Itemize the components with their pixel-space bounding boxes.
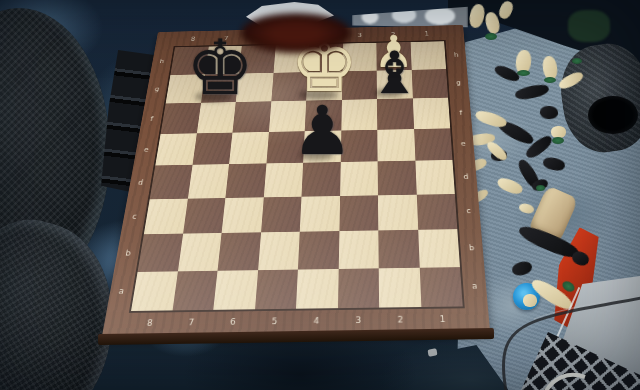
square-d4[interactable] xyxy=(301,162,340,196)
coordinate-label-f: f xyxy=(459,109,462,115)
square-e7[interactable] xyxy=(192,132,232,165)
square-f2[interactable] xyxy=(377,98,414,129)
square-a4[interactable] xyxy=(296,269,338,309)
coordinate-label-4: 4 xyxy=(313,316,319,325)
square-h8[interactable] xyxy=(170,47,208,75)
square-f6[interactable] xyxy=(232,101,270,132)
coordinate-label-b: b xyxy=(469,244,475,252)
piece-felt-base xyxy=(572,58,582,64)
photo-stage: 88hh77gg66ff55ee44dd33cc22bb11aa ♚♚♟♝♟ xyxy=(0,0,640,390)
coordinate-label-5: 5 xyxy=(271,317,277,326)
square-h2[interactable] xyxy=(376,42,411,70)
table-latch xyxy=(427,348,437,356)
square-h7[interactable] xyxy=(205,46,242,74)
coordinate-label-g: g xyxy=(456,80,461,86)
square-c7[interactable] xyxy=(183,198,226,234)
coordinate-label-f: f xyxy=(150,115,154,121)
square-b3[interactable] xyxy=(338,230,378,268)
coordinate-label-d: d xyxy=(138,179,144,186)
square-e1[interactable] xyxy=(414,128,453,161)
coordinate-label-8: 8 xyxy=(146,319,153,328)
square-a7[interactable] xyxy=(172,270,217,310)
square-c3[interactable] xyxy=(339,195,378,231)
square-c8[interactable] xyxy=(144,198,188,234)
square-b8[interactable] xyxy=(138,234,183,272)
square-b6[interactable] xyxy=(218,232,261,270)
square-d5[interactable] xyxy=(263,163,303,197)
captured-white-queen-head xyxy=(523,294,537,307)
coordinate-label-7: 7 xyxy=(224,35,229,41)
coordinate-label-c: c xyxy=(466,207,471,214)
coordinate-label-3: 3 xyxy=(357,32,361,38)
coordinate-label-c: c xyxy=(132,213,138,220)
square-e2[interactable] xyxy=(377,129,415,162)
square-b4[interactable] xyxy=(298,231,339,269)
square-a6[interactable] xyxy=(213,270,257,310)
square-a2[interactable] xyxy=(379,267,421,307)
captured-black-piece xyxy=(540,105,559,119)
square-h1[interactable] xyxy=(410,41,446,69)
chair-right-shadow xyxy=(588,96,638,134)
square-g5[interactable] xyxy=(271,72,308,102)
square-d6[interactable] xyxy=(225,163,266,197)
square-g8[interactable] xyxy=(166,74,205,103)
square-f4[interactable] xyxy=(305,100,342,131)
board-squares xyxy=(131,41,463,311)
coordinate-label-d: d xyxy=(463,173,469,180)
square-f5[interactable] xyxy=(269,101,307,132)
coordinate-label-6: 6 xyxy=(230,318,236,327)
square-c5[interactable] xyxy=(261,196,302,232)
square-c2[interactable] xyxy=(378,194,418,230)
coordinate-label-2: 2 xyxy=(397,315,403,324)
coordinate-label-h: h xyxy=(159,58,164,64)
square-b7[interactable] xyxy=(178,233,222,271)
coordinate-label-2: 2 xyxy=(391,32,396,38)
square-e3[interactable] xyxy=(340,129,377,162)
piece-felt-base xyxy=(536,185,545,191)
coordinate-label-a: a xyxy=(472,282,478,290)
square-c4[interactable] xyxy=(300,196,340,232)
square-b2[interactable] xyxy=(378,230,419,268)
square-g3[interactable] xyxy=(342,70,377,100)
square-a3[interactable] xyxy=(337,268,379,308)
square-f8[interactable] xyxy=(161,103,201,134)
square-g4[interactable] xyxy=(306,71,342,101)
square-f1[interactable] xyxy=(412,98,450,129)
square-a8[interactable] xyxy=(131,271,177,311)
coordinate-label-1: 1 xyxy=(424,31,429,37)
green-object xyxy=(568,10,610,42)
square-b1[interactable] xyxy=(418,229,460,267)
coordinate-label-g: g xyxy=(154,86,160,92)
square-h3[interactable] xyxy=(342,43,377,71)
coordinate-label-e: e xyxy=(461,140,466,147)
square-g1[interactable] xyxy=(411,69,448,99)
square-f7[interactable] xyxy=(197,102,236,133)
square-e4[interactable] xyxy=(303,130,341,163)
square-b5[interactable] xyxy=(258,232,300,270)
piece-felt-base xyxy=(552,137,564,144)
square-g2[interactable] xyxy=(377,70,413,100)
square-d1[interactable] xyxy=(415,160,455,194)
coordinate-label-7: 7 xyxy=(188,318,195,327)
coordinate-label-b: b xyxy=(125,249,132,257)
square-e8[interactable] xyxy=(155,133,196,165)
coordinate-label-3: 3 xyxy=(355,316,361,325)
square-d2[interactable] xyxy=(378,161,417,195)
piece-felt-base xyxy=(485,33,497,40)
square-d7[interactable] xyxy=(188,164,230,198)
coordinate-label-8: 8 xyxy=(190,36,195,42)
square-a5[interactable] xyxy=(255,269,298,309)
square-f3[interactable] xyxy=(341,99,377,130)
coordinate-label-h: h xyxy=(454,52,459,58)
dark-red-object xyxy=(241,13,351,53)
square-g7[interactable] xyxy=(201,73,239,103)
square-g6[interactable] xyxy=(236,73,273,103)
square-c6[interactable] xyxy=(222,197,264,233)
coordinate-label-1: 1 xyxy=(439,315,445,324)
square-d8[interactable] xyxy=(150,165,192,199)
coordinate-label-a: a xyxy=(118,287,125,295)
square-c1[interactable] xyxy=(416,194,457,230)
square-e6[interactable] xyxy=(229,132,269,165)
square-e5[interactable] xyxy=(266,131,305,164)
square-d3[interactable] xyxy=(340,161,378,195)
coordinate-label-e: e xyxy=(143,146,149,153)
chess-board: 88hh77gg66ff55ee44dd33cc22bb11aa xyxy=(102,25,490,336)
square-a1[interactable] xyxy=(419,267,462,307)
piece-felt-base xyxy=(544,77,556,83)
